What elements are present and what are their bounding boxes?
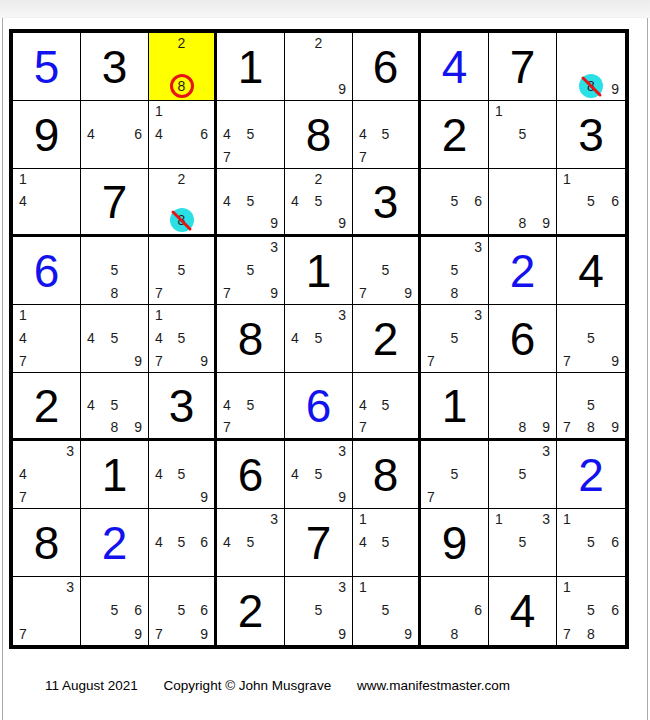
cell-r4c9: 4 bbox=[557, 237, 625, 305]
cell-r7c4: 6 bbox=[217, 441, 285, 509]
pencil-marks: 2459 bbox=[291, 172, 346, 230]
candidate-1: 1 bbox=[495, 512, 503, 526]
cell-r1c3: 28 bbox=[149, 33, 217, 101]
cell-r6c6: 457 bbox=[353, 373, 421, 441]
pencil-marks: 147 bbox=[19, 308, 74, 368]
pencil-marks: 456 bbox=[155, 512, 208, 572]
candidate-5: 5 bbox=[247, 127, 255, 141]
candidate-5: 5 bbox=[519, 127, 527, 141]
pencil-marks: 4589 bbox=[87, 376, 142, 434]
cell-r8c7: 9 bbox=[421, 509, 489, 577]
pencil-marks: 156 bbox=[563, 512, 619, 572]
candidate-4: 4 bbox=[19, 194, 27, 208]
candidate-7: 7 bbox=[223, 286, 231, 300]
red-circled-candidate-8: 8 bbox=[170, 74, 194, 98]
cell-r4c7: 358 bbox=[421, 237, 489, 305]
candidate-3: 3 bbox=[270, 240, 278, 254]
candidate-5: 5 bbox=[382, 603, 390, 617]
cell-r3c9: 156 bbox=[557, 169, 625, 237]
candidate-5: 5 bbox=[451, 331, 459, 345]
cell-r7c6: 8 bbox=[353, 441, 421, 509]
candidate-5: 5 bbox=[111, 398, 119, 412]
cell-r5c7: 357 bbox=[421, 305, 489, 373]
pencil-marks: 457 bbox=[223, 376, 278, 434]
given-digit: 1 bbox=[81, 441, 148, 508]
given-digit: 7 bbox=[489, 33, 556, 100]
given-digit: 2 bbox=[421, 101, 488, 168]
pencil-marks: 14 bbox=[19, 172, 74, 230]
candidate-7: 7 bbox=[427, 354, 435, 368]
candidate-5: 5 bbox=[451, 194, 459, 208]
cell-r9c7: 68 bbox=[421, 577, 489, 645]
cell-r7c7: 57 bbox=[421, 441, 489, 509]
candidate-4: 4 bbox=[359, 127, 367, 141]
cell-r4c2: 58 bbox=[81, 237, 149, 305]
cell-r5c5: 345 bbox=[285, 305, 353, 373]
cell-r7c8: 35 bbox=[489, 441, 557, 509]
candidate-8: 8 bbox=[451, 286, 459, 300]
pencil-marks: 29 bbox=[291, 36, 346, 96]
cell-r3c3: 28 bbox=[149, 169, 217, 237]
candidate-5: 5 bbox=[178, 603, 186, 617]
candidate-6: 6 bbox=[134, 127, 142, 141]
cell-r8c3: 456 bbox=[149, 509, 217, 577]
candidate-7: 7 bbox=[223, 150, 231, 164]
cell-r4c8: 2 bbox=[489, 237, 557, 305]
cell-r4c1: 6 bbox=[13, 237, 81, 305]
candidate-5: 5 bbox=[382, 127, 390, 141]
pencil-marks: 145 bbox=[359, 512, 412, 572]
cell-r1c5: 29 bbox=[285, 33, 353, 101]
candidate-1: 1 bbox=[563, 580, 571, 594]
given-digit: 8 bbox=[217, 305, 284, 372]
cell-r5c8: 6 bbox=[489, 305, 557, 373]
candidate-6: 6 bbox=[134, 603, 142, 617]
given-digit: 9 bbox=[13, 101, 80, 168]
cell-r5c6: 2 bbox=[353, 305, 421, 373]
candidate-9: 9 bbox=[134, 627, 142, 641]
given-digit: 1 bbox=[421, 373, 488, 438]
candidate-1: 1 bbox=[359, 512, 367, 526]
candidate-5: 5 bbox=[519, 467, 527, 481]
candidate-5: 5 bbox=[519, 535, 527, 549]
candidate-7: 7 bbox=[155, 627, 163, 641]
candidate-5: 5 bbox=[451, 263, 459, 277]
cell-r4c6: 579 bbox=[353, 237, 421, 305]
candidate-3: 3 bbox=[542, 444, 550, 458]
candidate-5: 5 bbox=[247, 194, 255, 208]
candidate-4: 4 bbox=[155, 127, 163, 141]
given-digit: 9 bbox=[421, 509, 488, 576]
candidate-4: 4 bbox=[291, 194, 299, 208]
pencil-marks: 89 bbox=[495, 376, 550, 434]
cell-r9c5: 359 bbox=[285, 577, 353, 645]
cell-r2c8: 15 bbox=[489, 101, 557, 169]
candidate-5: 5 bbox=[178, 467, 186, 481]
candidate-7: 7 bbox=[155, 354, 163, 368]
cell-r3c1: 14 bbox=[13, 169, 81, 237]
cell-r8c4: 345 bbox=[217, 509, 285, 577]
solved-digit: 6 bbox=[285, 373, 352, 438]
candidate-6: 6 bbox=[200, 603, 208, 617]
footer-website: www.manifestmaster.com bbox=[357, 678, 510, 693]
candidate-3: 3 bbox=[66, 580, 74, 594]
pencil-marks: 14579 bbox=[155, 308, 208, 368]
cell-r1c7: 4 bbox=[421, 33, 489, 101]
candidate-7: 7 bbox=[427, 490, 435, 504]
cell-r9c1: 37 bbox=[13, 577, 81, 645]
cell-r3c5: 2459 bbox=[285, 169, 353, 237]
candidate-6: 6 bbox=[611, 535, 619, 549]
cell-r9c8: 4 bbox=[489, 577, 557, 645]
given-digit: 8 bbox=[285, 101, 352, 168]
given-digit: 2 bbox=[13, 373, 80, 438]
candidate-7: 7 bbox=[359, 150, 367, 164]
page-right-edge bbox=[647, 18, 648, 720]
candidate-7: 7 bbox=[19, 627, 27, 641]
cell-r5c3: 14579 bbox=[149, 305, 217, 373]
sudoku-grid: 5328129647989461464578457215314728459245… bbox=[9, 29, 629, 649]
candidate-3: 3 bbox=[338, 580, 346, 594]
candidate-5: 5 bbox=[111, 331, 119, 345]
cell-r6c3: 3 bbox=[149, 373, 217, 441]
cell-r5c4: 8 bbox=[217, 305, 285, 373]
candidate-9: 9 bbox=[404, 286, 412, 300]
cell-r8c9: 156 bbox=[557, 509, 625, 577]
candidate-9: 9 bbox=[338, 490, 346, 504]
candidate-5: 5 bbox=[587, 331, 595, 345]
candidate-8: 8 bbox=[587, 627, 595, 641]
candidate-5: 5 bbox=[111, 263, 119, 277]
given-digit: 2 bbox=[353, 305, 418, 372]
cell-r5c1: 147 bbox=[13, 305, 81, 373]
cell-r9c2: 569 bbox=[81, 577, 149, 645]
candidate-7: 7 bbox=[359, 286, 367, 300]
candidate-4: 4 bbox=[359, 535, 367, 549]
candidate-5: 5 bbox=[382, 263, 390, 277]
given-digit: 6 bbox=[217, 441, 284, 508]
footer-date: 11 August 2021 bbox=[45, 678, 138, 693]
page-left-edge bbox=[2, 18, 3, 720]
solved-digit: 6 bbox=[13, 237, 80, 304]
candidate-1: 1 bbox=[563, 172, 571, 186]
pencil-marks: 135 bbox=[495, 512, 550, 572]
candidate-3: 3 bbox=[338, 444, 346, 458]
given-digit: 4 bbox=[489, 577, 556, 645]
candidate-4: 4 bbox=[223, 535, 231, 549]
candidate-7: 7 bbox=[563, 627, 571, 641]
candidate-9: 9 bbox=[542, 420, 550, 434]
candidate-4: 4 bbox=[291, 467, 299, 481]
pencil-marks: 15678 bbox=[563, 580, 619, 641]
solved-digit: 5 bbox=[13, 33, 80, 100]
candidate-7: 7 bbox=[19, 354, 27, 368]
candidate-1: 1 bbox=[19, 172, 27, 186]
pencil-marks: 345 bbox=[223, 512, 278, 572]
cell-r7c5: 3459 bbox=[285, 441, 353, 509]
pencil-marks: 35 bbox=[495, 444, 550, 504]
candidate-1: 1 bbox=[155, 308, 163, 322]
cell-r8c1: 8 bbox=[13, 509, 81, 577]
candidate-8: 8 bbox=[519, 216, 527, 230]
candidate-3: 3 bbox=[270, 512, 278, 526]
candidate-5: 5 bbox=[587, 535, 595, 549]
candidate-5: 5 bbox=[111, 603, 119, 617]
solved-digit: 2 bbox=[81, 509, 148, 576]
candidate-1: 1 bbox=[495, 104, 503, 118]
cell-r5c2: 459 bbox=[81, 305, 149, 373]
candidate-1: 1 bbox=[563, 512, 571, 526]
cell-r6c9: 5789 bbox=[557, 373, 625, 441]
candidate-5: 5 bbox=[315, 194, 323, 208]
cell-r2c1: 9 bbox=[13, 101, 81, 169]
candidate-8: 8 bbox=[519, 420, 527, 434]
given-digit: 1 bbox=[217, 33, 284, 100]
candidate-2: 2 bbox=[315, 36, 323, 50]
sudoku-page: 5328129647989461464578457215314728459245… bbox=[0, 0, 650, 720]
candidate-4: 4 bbox=[155, 467, 163, 481]
pencil-marks: 457 bbox=[359, 376, 412, 434]
given-digit: 8 bbox=[353, 441, 418, 508]
cell-r7c1: 347 bbox=[13, 441, 81, 509]
pencil-marks: 68 bbox=[427, 580, 482, 641]
candidate-5: 5 bbox=[178, 263, 186, 277]
solved-digit: 2 bbox=[489, 237, 556, 304]
candidate-6: 6 bbox=[611, 194, 619, 208]
given-digit: 6 bbox=[353, 33, 418, 100]
cell-r7c9: 2 bbox=[557, 441, 625, 509]
cell-r6c5: 6 bbox=[285, 373, 353, 441]
pencil-marks: 457 bbox=[359, 104, 412, 164]
candidate-4: 4 bbox=[19, 467, 27, 481]
candidate-4: 4 bbox=[291, 331, 299, 345]
pencil-marks: 579 bbox=[563, 308, 619, 368]
pencil-marks: 3459 bbox=[291, 444, 346, 504]
given-digit: 6 bbox=[489, 305, 556, 372]
candidate-4: 4 bbox=[155, 331, 163, 345]
solved-digit: 2 bbox=[557, 441, 625, 508]
candidate-7: 7 bbox=[19, 490, 27, 504]
candidate-6: 6 bbox=[474, 603, 482, 617]
candidate-5: 5 bbox=[315, 467, 323, 481]
cell-r8c6: 145 bbox=[353, 509, 421, 577]
candidate-3: 3 bbox=[338, 308, 346, 322]
candidate-4: 4 bbox=[19, 331, 27, 345]
cell-r6c8: 89 bbox=[489, 373, 557, 441]
candidate-8: 8 bbox=[111, 420, 119, 434]
solved-digit: 4 bbox=[421, 33, 488, 100]
candidate-9: 9 bbox=[134, 354, 142, 368]
candidate-4: 4 bbox=[87, 127, 95, 141]
candidate-1: 1 bbox=[19, 308, 27, 322]
given-digit: 8 bbox=[13, 509, 80, 576]
candidate-6: 6 bbox=[611, 603, 619, 617]
candidate-3: 3 bbox=[474, 240, 482, 254]
candidate-9: 9 bbox=[200, 627, 208, 641]
pencil-marks: 5679 bbox=[155, 580, 208, 641]
candidate-5: 5 bbox=[247, 535, 255, 549]
cell-r4c5: 1 bbox=[285, 237, 353, 305]
cell-r9c9: 15678 bbox=[557, 577, 625, 645]
pencil-marks: 37 bbox=[19, 580, 74, 641]
candidate-5: 5 bbox=[247, 398, 255, 412]
candidate-5: 5 bbox=[178, 331, 186, 345]
candidate-6: 6 bbox=[200, 127, 208, 141]
eliminated-candidate-8: 8 bbox=[170, 208, 194, 232]
candidate-4: 4 bbox=[223, 127, 231, 141]
candidate-4: 4 bbox=[223, 194, 231, 208]
candidate-7: 7 bbox=[155, 286, 163, 300]
cell-r6c1: 2 bbox=[13, 373, 81, 441]
cell-r8c8: 135 bbox=[489, 509, 557, 577]
candidate-6: 6 bbox=[474, 194, 482, 208]
pencil-marks: 345 bbox=[291, 308, 346, 368]
cell-r9c4: 2 bbox=[217, 577, 285, 645]
candidate-9: 9 bbox=[611, 82, 619, 96]
pencil-marks: 58 bbox=[87, 240, 142, 300]
candidate-8: 8 bbox=[111, 286, 119, 300]
cell-r9c3: 5679 bbox=[149, 577, 217, 645]
cell-r3c8: 89 bbox=[489, 169, 557, 237]
candidate-1: 1 bbox=[359, 580, 367, 594]
candidate-5: 5 bbox=[587, 603, 595, 617]
cell-r3c2: 7 bbox=[81, 169, 149, 237]
candidate-5: 5 bbox=[451, 467, 459, 481]
cell-r1c1: 5 bbox=[13, 33, 81, 101]
candidate-9: 9 bbox=[200, 490, 208, 504]
candidate-9: 9 bbox=[134, 420, 142, 434]
pencil-marks: 56 bbox=[427, 172, 482, 230]
cell-r6c4: 457 bbox=[217, 373, 285, 441]
cell-r1c4: 1 bbox=[217, 33, 285, 101]
cell-r1c8: 7 bbox=[489, 33, 557, 101]
pencil-marks: 569 bbox=[87, 580, 142, 641]
given-digit: 7 bbox=[285, 509, 352, 576]
cell-r1c9: 98 bbox=[557, 33, 625, 101]
candidate-3: 3 bbox=[542, 512, 550, 526]
candidate-5: 5 bbox=[382, 535, 390, 549]
pencil-marks: 457 bbox=[223, 104, 278, 164]
pencil-marks: 146 bbox=[155, 104, 208, 164]
cell-r6c7: 1 bbox=[421, 373, 489, 441]
cell-r7c3: 459 bbox=[149, 441, 217, 509]
candidate-7: 7 bbox=[563, 420, 571, 434]
pencil-marks: 359 bbox=[291, 580, 346, 641]
candidate-9: 9 bbox=[542, 216, 550, 230]
candidate-5: 5 bbox=[587, 398, 595, 412]
candidate-9: 9 bbox=[338, 216, 346, 230]
pencil-marks: 156 bbox=[563, 172, 619, 230]
candidate-8: 8 bbox=[587, 420, 595, 434]
footer-copyright: Copyright © John Musgrave bbox=[164, 678, 332, 693]
pencil-marks: 5789 bbox=[563, 376, 619, 434]
candidate-1: 1 bbox=[155, 104, 163, 118]
cell-r5c9: 579 bbox=[557, 305, 625, 373]
pencil-marks: 347 bbox=[19, 444, 74, 504]
cell-r8c5: 7 bbox=[285, 509, 353, 577]
cell-r3c6: 3 bbox=[353, 169, 421, 237]
candidate-2: 2 bbox=[315, 172, 323, 186]
cell-r2c2: 46 bbox=[81, 101, 149, 169]
pencil-marks: 15 bbox=[495, 104, 550, 164]
given-digit: 3 bbox=[81, 33, 148, 100]
candidate-5: 5 bbox=[178, 535, 186, 549]
candidate-7: 7 bbox=[563, 354, 571, 368]
given-digit: 3 bbox=[149, 373, 214, 438]
candidate-5: 5 bbox=[247, 263, 255, 277]
cell-r7c2: 1 bbox=[81, 441, 149, 509]
candidate-5: 5 bbox=[315, 603, 323, 617]
candidate-9: 9 bbox=[270, 286, 278, 300]
given-digit: 3 bbox=[557, 101, 625, 168]
candidate-9: 9 bbox=[611, 420, 619, 434]
candidate-9: 9 bbox=[404, 627, 412, 641]
given-digit: 4 bbox=[557, 237, 625, 304]
cell-r2c9: 3 bbox=[557, 101, 625, 169]
candidate-5: 5 bbox=[382, 398, 390, 412]
pencil-marks: 459 bbox=[87, 308, 142, 368]
cell-r2c3: 146 bbox=[149, 101, 217, 169]
candidate-4: 4 bbox=[155, 535, 163, 549]
cell-r9c6: 159 bbox=[353, 577, 421, 645]
candidate-9: 9 bbox=[338, 627, 346, 641]
candidate-9: 9 bbox=[611, 354, 619, 368]
candidate-2: 2 bbox=[178, 172, 186, 186]
pencil-marks: 159 bbox=[359, 580, 412, 641]
candidate-5: 5 bbox=[315, 331, 323, 345]
candidate-9: 9 bbox=[338, 82, 346, 96]
pencil-marks: 459 bbox=[155, 444, 208, 504]
cell-r4c4: 3579 bbox=[217, 237, 285, 305]
candidate-4: 4 bbox=[359, 398, 367, 412]
cell-r3c7: 56 bbox=[421, 169, 489, 237]
pencil-marks: 358 bbox=[427, 240, 482, 300]
pencil-marks: 459 bbox=[223, 172, 278, 230]
candidate-9: 9 bbox=[270, 216, 278, 230]
cell-r3c4: 459 bbox=[217, 169, 285, 237]
cell-r4c3: 57 bbox=[149, 237, 217, 305]
window-top-strip bbox=[0, 0, 650, 18]
pencil-marks: 579 bbox=[359, 240, 412, 300]
cell-r2c4: 457 bbox=[217, 101, 285, 169]
eliminated-candidate-8: 8 bbox=[579, 74, 603, 98]
cell-r1c2: 3 bbox=[81, 33, 149, 101]
candidate-8: 8 bbox=[451, 627, 459, 641]
pencil-marks: 357 bbox=[427, 308, 482, 368]
candidate-7: 7 bbox=[223, 420, 231, 434]
candidate-3: 3 bbox=[66, 444, 74, 458]
candidate-4: 4 bbox=[223, 398, 231, 412]
candidate-3: 3 bbox=[474, 308, 482, 322]
cell-r8c2: 2 bbox=[81, 509, 149, 577]
pencil-marks: 89 bbox=[495, 172, 550, 230]
candidate-9: 9 bbox=[200, 354, 208, 368]
footer: 11 August 2021 Copyright © John Musgrave… bbox=[45, 678, 510, 693]
cell-r1c6: 6 bbox=[353, 33, 421, 101]
given-digit: 1 bbox=[285, 237, 352, 304]
pencil-marks: 46 bbox=[87, 104, 142, 164]
candidate-7: 7 bbox=[359, 420, 367, 434]
cell-r2c5: 8 bbox=[285, 101, 353, 169]
candidate-4: 4 bbox=[87, 331, 95, 345]
candidate-2: 2 bbox=[178, 36, 186, 50]
candidate-4: 4 bbox=[87, 398, 95, 412]
given-digit: 3 bbox=[353, 169, 418, 234]
pencil-marks: 57 bbox=[155, 240, 208, 300]
cell-r2c7: 2 bbox=[421, 101, 489, 169]
pencil-marks: 3579 bbox=[223, 240, 278, 300]
given-digit: 2 bbox=[217, 577, 284, 645]
